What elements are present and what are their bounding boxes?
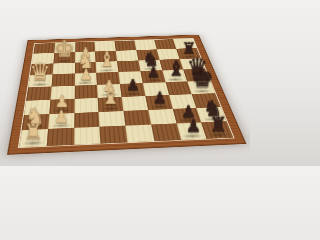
board-squares: ♚♟♜♞♝♞♛♟♟♝♛♟♟♚♟♝♟♞♟♟♞♜♟♜	[19, 39, 233, 148]
white-pawn-glyph: ♟	[48, 109, 74, 126]
piece-black-pawn-f6: ♟	[145, 95, 172, 110]
square-d2	[51, 74, 74, 87]
black-bishop-glyph: ♝	[164, 59, 186, 80]
white-rook-glyph: ♜	[20, 122, 47, 143]
square-h6	[151, 124, 181, 141]
square-f4: ♝	[98, 97, 123, 112]
square-e5: ♟	[120, 83, 145, 97]
black-rook-glyph: ♜	[206, 114, 232, 135]
square-h5	[125, 125, 154, 143]
square-c5	[117, 60, 140, 72]
black-pawn-glyph: ♟	[147, 90, 171, 106]
square-h3	[74, 127, 101, 145]
square-b2: ♚	[53, 52, 74, 63]
square-f5	[122, 96, 148, 111]
piece-white-queen-d1: ♛	[28, 75, 52, 88]
square-h2	[46, 128, 73, 146]
square-d7: ♝	[162, 70, 188, 83]
piece-black-pawn-h7: ♟	[176, 123, 207, 140]
white-bishop-glyph: ♝	[99, 86, 123, 109]
square-h1: ♜	[19, 129, 48, 147]
square-g2: ♟	[48, 113, 74, 129]
square-h7: ♟	[176, 123, 207, 140]
white-pawn-glyph: ♟	[74, 68, 97, 83]
square-g4	[99, 111, 126, 127]
piece-black-pawn-e5: ♟	[120, 83, 145, 97]
chess-board: ♚♟♜♞♝♞♛♟♟♝♛♟♟♚♟♝♟♞♟♟♞♜♟♜	[7, 35, 246, 155]
piece-white-king-b2: ♚	[53, 52, 74, 63]
black-pawn-glyph: ♟	[121, 78, 144, 93]
square-d1: ♛	[28, 75, 52, 88]
white-queen-glyph: ♛	[29, 61, 52, 85]
piece-white-bishop-f4: ♝	[98, 97, 123, 112]
black-king-glyph: ♚	[191, 65, 214, 91]
piece-white-pawn-g2: ♟	[48, 113, 74, 129]
piece-black-king-e8: ♚	[188, 81, 215, 94]
square-e1	[26, 87, 51, 101]
square-c2	[52, 63, 74, 75]
black-pawn-glyph: ♟	[180, 119, 206, 136]
square-e8: ♚	[188, 81, 215, 94]
square-f6: ♟	[145, 95, 172, 110]
square-g3	[74, 112, 100, 128]
piece-white-pawn-d3: ♟	[74, 73, 97, 86]
square-c4: ♝	[96, 61, 119, 73]
black-pawn-glyph: ♟	[142, 65, 164, 80]
piece-white-bishop-c4: ♝	[96, 61, 119, 73]
piece-black-bishop-d7: ♝	[162, 70, 188, 83]
piece-white-rook-h1: ♜	[19, 129, 48, 147]
white-king-glyph: ♚	[54, 38, 75, 61]
square-h4	[100, 126, 128, 144]
square-f3	[74, 98, 99, 113]
square-g5	[123, 110, 150, 126]
square-d3: ♟	[74, 73, 97, 86]
white-bishop-glyph: ♝	[96, 50, 118, 70]
square-e3	[74, 85, 98, 99]
photo-backdrop: ♚♟♜♞♝♞♛♟♟♝♛♟♟♚♟♝♟♞♟♟♞♜♟♜	[0, 0, 250, 166]
